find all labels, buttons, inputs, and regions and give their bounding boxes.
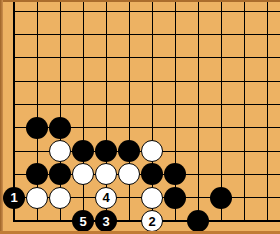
- diagram-border-left: [0, 0, 3, 234]
- stone-black-move-1: 1: [3, 187, 25, 209]
- grid-line-horizontal: [13, 81, 280, 82]
- move-number-label: 2: [148, 215, 155, 228]
- grid-line-horizontal: [13, 34, 280, 35]
- stone-white-move-2: 2: [141, 210, 163, 232]
- diagram-border-bottom: [0, 231, 280, 234]
- stone-black: [141, 163, 163, 185]
- stone-white: [141, 187, 163, 209]
- stone-black: [72, 140, 94, 162]
- stone-white: [49, 187, 71, 209]
- stone-black: [26, 117, 48, 139]
- move-number-label: 1: [10, 191, 17, 204]
- stone-black: [164, 163, 186, 185]
- grid-line-vertical: [244, 2, 245, 222]
- stone-white: [72, 163, 94, 185]
- stone-white: [95, 163, 117, 185]
- stone-black: [49, 117, 71, 139]
- stone-black: [26, 163, 48, 185]
- move-number-label: 4: [102, 191, 109, 204]
- go-board-diagram: 14532: [0, 0, 280, 234]
- stone-black: [49, 163, 71, 185]
- stone-white: [118, 163, 140, 185]
- grid-line-horizontal: [13, 104, 280, 105]
- stone-black-move-5: 5: [72, 210, 94, 232]
- stone-white: [49, 140, 71, 162]
- grid-line-vertical: [267, 2, 268, 222]
- grid-line-horizontal: [13, 57, 280, 58]
- grid-line-horizontal: [13, 11, 280, 12]
- grid-line-vertical: [83, 2, 84, 222]
- stone-white: [141, 140, 163, 162]
- stone-white: [26, 187, 48, 209]
- grid-line-vertical: [129, 2, 130, 222]
- stone-black: [164, 187, 186, 209]
- grid-line-vertical: [198, 2, 199, 222]
- stone-black: [118, 140, 140, 162]
- diagram-border-top: [0, 0, 280, 2]
- move-number-label: 5: [79, 215, 86, 228]
- stone-white-move-4: 4: [95, 187, 117, 209]
- move-number-label: 3: [102, 215, 109, 228]
- stone-black: [210, 187, 232, 209]
- stone-black-move-3: 3: [95, 210, 117, 232]
- stone-black: [95, 140, 117, 162]
- stone-black: [187, 210, 209, 232]
